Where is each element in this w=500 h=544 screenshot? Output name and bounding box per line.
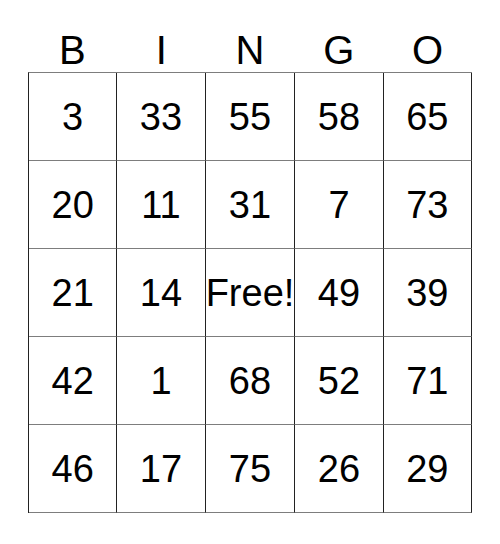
bingo-cell-r0c1[interactable]: 33	[117, 73, 205, 161]
bingo-cell-r4c1[interactable]: 17	[117, 425, 205, 513]
bingo-grid: 3 33 55 58 65 20 11 31 7 73 21 14 Free! …	[28, 72, 472, 513]
bingo-cell-r3c4[interactable]: 71	[384, 337, 472, 425]
bingo-cell-r3c2[interactable]: 68	[206, 337, 296, 425]
bingo-cell-r0c2[interactable]: 55	[206, 73, 296, 161]
header-letter-o: O	[383, 0, 472, 72]
bingo-cell-r3c1[interactable]: 1	[117, 337, 205, 425]
header-letter-i: I	[117, 0, 206, 72]
header-letter-g: G	[294, 0, 383, 72]
bingo-cell-r1c3[interactable]: 7	[295, 161, 383, 249]
bingo-cell-r1c2[interactable]: 31	[206, 161, 296, 249]
bingo-cell-r4c2[interactable]: 75	[206, 425, 296, 513]
bingo-cell-r0c4[interactable]: 65	[384, 73, 472, 161]
bingo-card: B I N G O 3 33 55 58 65 20 11 31 7 73 21…	[28, 0, 472, 513]
bingo-cell-r2c1[interactable]: 14	[117, 249, 205, 337]
header-letter-n: N	[206, 0, 295, 72]
bingo-cell-r2c3[interactable]: 49	[295, 249, 383, 337]
bingo-header-row: B I N G O	[28, 0, 472, 72]
bingo-cell-r4c4[interactable]: 29	[384, 425, 472, 513]
bingo-cell-r2c0[interactable]: 21	[29, 249, 117, 337]
bingo-cell-r1c0[interactable]: 20	[29, 161, 117, 249]
bingo-cell-r2c4[interactable]: 39	[384, 249, 472, 337]
bingo-cell-r1c4[interactable]: 73	[384, 161, 472, 249]
bingo-cell-r3c3[interactable]: 52	[295, 337, 383, 425]
bingo-cell-free[interactable]: Free!	[206, 249, 296, 337]
bingo-cell-r0c3[interactable]: 58	[295, 73, 383, 161]
bingo-cell-r1c1[interactable]: 11	[117, 161, 205, 249]
bingo-cell-r0c0[interactable]: 3	[29, 73, 117, 161]
bingo-cell-r4c3[interactable]: 26	[295, 425, 383, 513]
bingo-cell-r3c0[interactable]: 42	[29, 337, 117, 425]
bingo-cell-r4c0[interactable]: 46	[29, 425, 117, 513]
header-letter-b: B	[28, 0, 117, 72]
